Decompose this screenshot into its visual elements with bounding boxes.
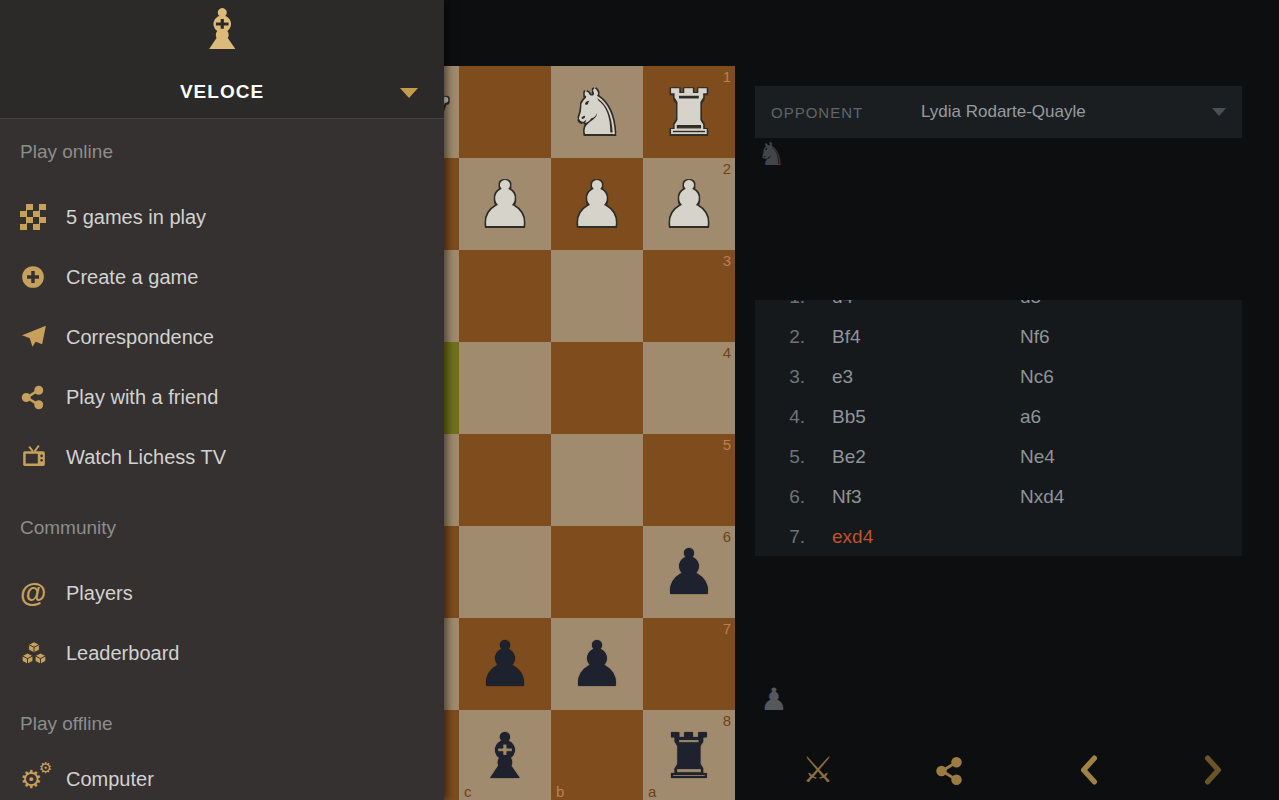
square-a3[interactable]: 3 xyxy=(643,250,735,342)
menu-items: Play online5 games in playCreate a gameC… xyxy=(0,141,444,800)
square-a1[interactable]: ♜1 xyxy=(643,66,735,158)
square-c1[interactable] xyxy=(459,66,551,158)
share-nodes-icon xyxy=(20,385,66,410)
tv-icon xyxy=(20,444,66,470)
black-pawn: ♟ xyxy=(459,618,551,710)
opponent-selector[interactable]: OPPONENT Lydia Rodarte-Quayle xyxy=(755,86,1242,138)
move-list[interactable]: 1.d4d52.Bf4Nf63.e3Nc64.Bb5a65.Be2Ne46.Nf… xyxy=(755,300,1242,556)
rank-label: 6 xyxy=(723,529,731,544)
move-row[interactable]: 2.Bf4Nf6 xyxy=(755,317,1242,357)
square-c5[interactable] xyxy=(459,434,551,526)
move-row[interactable]: 5.Be2Ne4 xyxy=(755,437,1242,477)
square-b7[interactable]: ♟ xyxy=(551,618,643,710)
sidebar-item-leaderboard[interactable]: Leaderboard xyxy=(0,623,444,683)
sidebar-item-5-games-in-play[interactable]: 5 games in play xyxy=(0,187,444,247)
black-move[interactable]: Ne4 xyxy=(1020,446,1055,468)
move-number: 5. xyxy=(783,446,805,468)
next-move-button[interactable] xyxy=(1198,754,1228,786)
board-grid-icon xyxy=(20,204,66,230)
opponent-label: OPPONENT xyxy=(771,104,863,121)
black-bishop: ♝ xyxy=(459,710,551,800)
section-label: Play online xyxy=(20,141,444,163)
move-row[interactable]: 1.d4d5 xyxy=(755,300,1242,317)
new-opponent-button[interactable]: ⚔ xyxy=(797,749,839,791)
sidebar-item-computer[interactable]: ⚙⚙Computer xyxy=(0,749,444,800)
white-move[interactable]: Bb5 xyxy=(832,406,1020,428)
square-c7[interactable]: ♟ xyxy=(459,618,551,710)
square-b8[interactable]: b xyxy=(551,710,643,800)
paper-plane-icon xyxy=(20,324,66,350)
sidebar-item-correspondence[interactable]: Correspondence xyxy=(0,307,444,367)
square-a7[interactable]: 7 xyxy=(643,618,735,710)
white-move[interactable]: Nf3 xyxy=(832,486,1020,508)
square-b1[interactable]: ♞ xyxy=(551,66,643,158)
square-a6[interactable]: ♟6 xyxy=(643,526,735,618)
opponent-name: Lydia Rodarte-Quayle xyxy=(921,102,1086,122)
move-number: 6. xyxy=(783,486,805,508)
captured-knight-icon: ♞ xyxy=(757,138,786,170)
square-b5[interactable] xyxy=(551,434,643,526)
rank-label: 1 xyxy=(723,69,731,84)
black-pawn: ♟ xyxy=(643,526,735,618)
cubes-icon xyxy=(20,640,66,666)
black-move[interactable]: Nc6 xyxy=(1020,366,1054,388)
square-c6[interactable] xyxy=(459,526,551,618)
chevron-right-icon xyxy=(1200,755,1226,785)
move-row[interactable]: 3.e3Nc6 xyxy=(755,357,1242,397)
move-row[interactable]: 6.Nf3Nxd4 xyxy=(755,477,1242,517)
black-pawn: ♟ xyxy=(551,618,643,710)
square-a8[interactable]: ♜8a xyxy=(643,710,735,800)
side-menu: ♝ VELOCE Play online5 games in playCreat… xyxy=(0,0,444,800)
white-pawn: ♟ xyxy=(643,158,735,250)
white-pawn: ♟ xyxy=(459,158,551,250)
username: VELOCE xyxy=(0,81,444,103)
rank-label: 7 xyxy=(723,621,731,636)
rank-label: 8 xyxy=(723,713,731,728)
file-label: c xyxy=(464,784,472,799)
square-a2[interactable]: ♟2 xyxy=(643,158,735,250)
rank-label: 2 xyxy=(723,161,731,176)
gears-icon: ⚙⚙ xyxy=(20,767,66,792)
move-number: 2. xyxy=(783,326,805,348)
square-c8[interactable]: ♝c xyxy=(459,710,551,800)
black-move[interactable]: d5 xyxy=(1020,300,1041,308)
white-rook: ♜ xyxy=(643,66,735,158)
rank-label: 5 xyxy=(723,437,731,452)
share-button[interactable] xyxy=(934,756,964,786)
white-knight: ♞ xyxy=(551,66,643,158)
rank-label: 3 xyxy=(723,253,731,268)
black-move[interactable]: Nf6 xyxy=(1020,326,1050,348)
black-move[interactable]: Nxd4 xyxy=(1020,486,1064,508)
at-icon: @ xyxy=(20,580,66,607)
square-b4[interactable] xyxy=(551,342,643,434)
move-number: 3. xyxy=(783,366,805,388)
captured-pawn-icon: ♟ xyxy=(760,684,788,715)
square-b2[interactable]: ♟ xyxy=(551,158,643,250)
square-a4[interactable]: 4 xyxy=(643,342,735,434)
move-number: 4. xyxy=(783,406,805,428)
plus-circle-icon xyxy=(20,264,66,290)
square-b6[interactable] xyxy=(551,526,643,618)
white-move[interactable]: Bf4 xyxy=(832,326,1020,348)
move-number: 1. xyxy=(783,300,805,308)
square-c3[interactable] xyxy=(459,250,551,342)
move-row[interactable]: 4.Bb5a6 xyxy=(755,397,1242,437)
square-c2[interactable]: ♟ xyxy=(459,158,551,250)
bishop-icon: ♝ xyxy=(0,2,444,58)
share-icon xyxy=(934,756,964,786)
black-move[interactable]: a6 xyxy=(1020,406,1041,428)
white-move[interactable]: e3 xyxy=(832,366,1020,388)
sidebar-item-watch-lichess-tv[interactable]: Watch Lichess TV xyxy=(0,427,444,487)
move-number: 7. xyxy=(783,526,805,548)
profile-header[interactable]: ♝ VELOCE xyxy=(0,0,444,119)
sidebar-item-players[interactable]: @Players xyxy=(0,563,444,623)
square-b3[interactable] xyxy=(551,250,643,342)
section-label: Play offline xyxy=(20,713,444,735)
file-label: a xyxy=(648,784,656,799)
file-label: b xyxy=(556,784,564,799)
rank-label: 4 xyxy=(723,345,731,360)
section-label: Community xyxy=(20,517,444,539)
white-move[interactable]: d4 xyxy=(832,300,1020,308)
black-rook: ♜ xyxy=(643,710,735,800)
previous-move-button[interactable] xyxy=(1074,754,1104,786)
square-c4[interactable] xyxy=(459,342,551,434)
white-move[interactable]: exd4 xyxy=(832,526,1020,548)
square-a5[interactable]: 5 xyxy=(643,434,735,526)
white-pawn: ♟ xyxy=(551,158,643,250)
chevron-left-icon xyxy=(1076,755,1102,785)
chevron-down-icon[interactable] xyxy=(400,88,418,98)
white-move[interactable]: Be2 xyxy=(832,446,1020,468)
sidebar-item-play-with-a-friend[interactable]: Play with a friend xyxy=(0,367,444,427)
sidebar-item-create-a-game[interactable]: Create a game xyxy=(0,247,444,307)
move-row[interactable]: 7.exd4 xyxy=(755,517,1242,556)
chevron-down-icon xyxy=(1212,108,1226,116)
